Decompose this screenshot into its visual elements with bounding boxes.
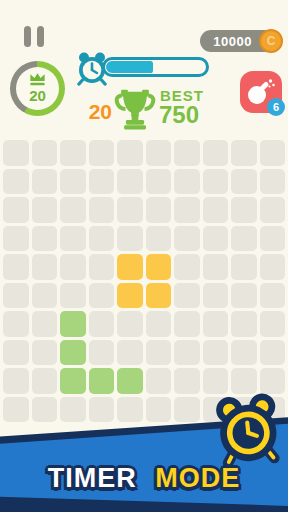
level-ring-inner: 20 (16, 67, 59, 110)
board-cell[interactable] (60, 140, 86, 166)
board-cell[interactable] (60, 197, 86, 223)
board-cell[interactable] (260, 197, 286, 223)
board-cell[interactable] (89, 283, 115, 309)
board-cell[interactable] (3, 197, 29, 223)
board-cell[interactable] (117, 340, 143, 366)
board-cell[interactable] (203, 368, 229, 394)
board-cell[interactable] (3, 340, 29, 366)
board-cell[interactable] (117, 197, 143, 223)
board-cell[interactable] (3, 283, 29, 309)
board-cell[interactable] (174, 283, 200, 309)
board-cell[interactable] (174, 340, 200, 366)
board-cell[interactable] (203, 283, 229, 309)
board-cell[interactable] (89, 169, 115, 195)
board-cell[interactable] (260, 140, 286, 166)
board-cell[interactable] (231, 226, 257, 252)
bomb-booster-button[interactable]: 6 (240, 71, 282, 113)
board-cell[interactable] (146, 254, 172, 280)
board-cell[interactable] (146, 226, 172, 252)
board-cell[interactable] (203, 197, 229, 223)
game-screen: 10000 C 20 20 (0, 0, 288, 512)
board-cell[interactable] (3, 169, 29, 195)
board-cell[interactable] (203, 340, 229, 366)
board-cell[interactable] (117, 226, 143, 252)
board-cell[interactable] (117, 368, 143, 394)
board-cell[interactable] (260, 283, 286, 309)
board-cell[interactable] (32, 340, 58, 366)
coin-icon: C (259, 29, 283, 53)
board-cell[interactable] (60, 254, 86, 280)
board-cell[interactable] (231, 311, 257, 337)
board-cell[interactable] (146, 169, 172, 195)
board-cell[interactable] (89, 197, 115, 223)
timer-progress-fill (106, 61, 153, 73)
current-score: 20 (78, 100, 112, 124)
board-cell[interactable] (231, 254, 257, 280)
crown-icon (28, 73, 47, 86)
board-cell[interactable] (174, 140, 200, 166)
coin-amount: 10000 (213, 34, 252, 49)
timer-progress-bar (102, 57, 209, 77)
pause-button[interactable] (24, 26, 46, 47)
board-cell[interactable] (260, 340, 286, 366)
board-cell[interactable] (146, 311, 172, 337)
board-cell[interactable] (117, 254, 143, 280)
board-cell[interactable] (260, 226, 286, 252)
board-cell[interactable] (174, 368, 200, 394)
pause-icon (37, 26, 44, 47)
board-cell[interactable] (60, 311, 86, 337)
board-cell[interactable] (231, 197, 257, 223)
board-cell[interactable] (231, 368, 257, 394)
board-cell[interactable] (231, 283, 257, 309)
coin-letter: C (267, 34, 276, 48)
board-cell[interactable] (32, 140, 58, 166)
board-cell[interactable] (32, 226, 58, 252)
board-cell[interactable] (89, 140, 115, 166)
board-cell[interactable] (3, 226, 29, 252)
board-cell[interactable] (89, 311, 115, 337)
board-cell[interactable] (60, 169, 86, 195)
mode-title: TIMER MODE (0, 463, 288, 494)
coin-counter[interactable]: 10000 C (200, 30, 282, 52)
board-cell[interactable] (203, 140, 229, 166)
board-cell[interactable] (231, 169, 257, 195)
board-cell[interactable] (32, 311, 58, 337)
board-cell[interactable] (146, 340, 172, 366)
board-cell[interactable] (146, 283, 172, 309)
board-cell[interactable] (32, 197, 58, 223)
board-cell[interactable] (60, 368, 86, 394)
board-cell[interactable] (146, 368, 172, 394)
pause-icon (24, 26, 31, 47)
board-cell[interactable] (203, 226, 229, 252)
board-cell[interactable] (60, 340, 86, 366)
board-cell[interactable] (3, 254, 29, 280)
board-cell[interactable] (3, 311, 29, 337)
board-cell[interactable] (32, 169, 58, 195)
board-cell[interactable] (174, 169, 200, 195)
board-cell[interactable] (174, 226, 200, 252)
board-cell[interactable] (260, 311, 286, 337)
board-cell[interactable] (117, 311, 143, 337)
board-cell[interactable] (117, 140, 143, 166)
board-cell[interactable] (203, 169, 229, 195)
banner-alarm-clock-icon (206, 390, 288, 470)
board-cell[interactable] (260, 169, 286, 195)
board-cell[interactable] (89, 340, 115, 366)
board-cell[interactable] (60, 283, 86, 309)
board-cell[interactable] (146, 140, 172, 166)
board-cell[interactable] (174, 197, 200, 223)
level-progress-ring: 20 (10, 61, 65, 116)
board-cell[interactable] (174, 311, 200, 337)
board-grid[interactable] (3, 140, 285, 422)
board-cell[interactable] (231, 140, 257, 166)
board-cell[interactable] (3, 140, 29, 166)
board-cell[interactable] (89, 254, 115, 280)
board-cell[interactable] (32, 368, 58, 394)
board-cell[interactable] (3, 368, 29, 394)
board-cell[interactable] (32, 283, 58, 309)
board-cell[interactable] (231, 340, 257, 366)
board-cell[interactable] (203, 254, 229, 280)
board-cell[interactable] (117, 283, 143, 309)
best-score-value: 750 (159, 101, 199, 129)
board-cell[interactable] (260, 254, 286, 280)
board-cell[interactable] (89, 226, 115, 252)
bomb-count-badge: 6 (267, 98, 285, 116)
board-cell[interactable] (146, 197, 172, 223)
board-cell[interactable] (60, 226, 86, 252)
level-number: 20 (29, 87, 46, 104)
board-cell[interactable] (89, 368, 115, 394)
board-cell[interactable] (32, 254, 58, 280)
board-cell[interactable] (174, 254, 200, 280)
board-cell[interactable] (203, 311, 229, 337)
board-cell[interactable] (117, 169, 143, 195)
trophy-icon (114, 86, 156, 130)
mode-title-part1: TIMER (48, 463, 137, 493)
